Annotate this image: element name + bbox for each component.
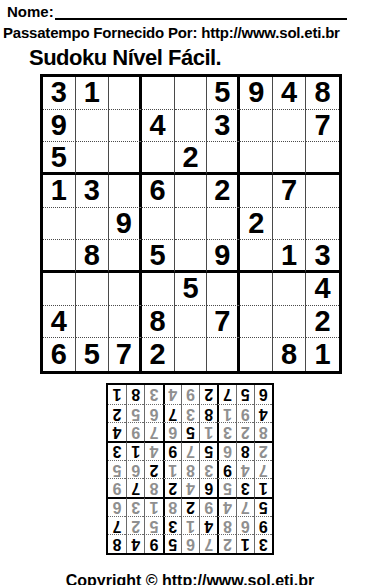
puzzle-cell-r4c8: 7 [273, 175, 306, 208]
puzzle-cell-r6c4: 5 [142, 240, 175, 273]
puzzle-cell-r2c6: 3 [207, 110, 240, 143]
solution-cell-r8c2: 9 [236, 404, 254, 423]
puzzle-cell-r9c4: 2 [142, 338, 175, 371]
puzzle-cell-r9c1: 6 [43, 338, 76, 371]
puzzle-cell-r1c6: 5 [207, 77, 240, 110]
solution-cell-r7c9: 4 [108, 422, 126, 441]
puzzle-cell-r8c8 [273, 306, 306, 339]
solution-cell-r5c1: 7 [254, 460, 272, 479]
puzzle-cell-r1c5 [175, 77, 208, 110]
solution-cell-r6c5: 7 [181, 441, 199, 460]
puzzle-cell-r3c8 [273, 142, 306, 175]
sudoku-solution-grid-upside-down: 3127659489684135275749281361356428797493… [106, 383, 274, 555]
solution-cell-r6c8: 1 [126, 441, 144, 460]
solution-cell-r1c7: 9 [144, 534, 162, 553]
solution-cell-r3c3: 4 [217, 497, 235, 516]
solution-cell-r5c8: 6 [126, 460, 144, 479]
puzzle-cell-r4c2: 3 [76, 175, 109, 208]
puzzle-cell-r4c1: 1 [43, 175, 76, 208]
solution-cell-r5c4: 3 [199, 460, 217, 479]
copyright-text: Copyright © http://www.sol.eti.br [0, 572, 380, 585]
puzzle-cell-r1c9: 8 [306, 77, 339, 110]
solution-cell-r3c2: 7 [236, 497, 254, 516]
puzzle-cell-r2c2 [76, 110, 109, 143]
puzzle-cell-r6c5 [175, 240, 208, 273]
puzzle-cell-r3c4 [142, 142, 175, 175]
puzzle-cell-r3c6 [207, 142, 240, 175]
solution-cell-r2c5: 1 [181, 516, 199, 535]
solution-cell-r3c8: 3 [126, 497, 144, 516]
solution-cell-r9c5: 9 [181, 385, 199, 404]
solution-cell-r2c8: 2 [126, 516, 144, 535]
puzzle-cell-r3c7 [240, 142, 273, 175]
solution-cell-r3c9: 6 [108, 497, 126, 516]
name-row: Nome: [7, 3, 372, 20]
solution-cell-r4c9: 9 [108, 478, 126, 497]
puzzle-cell-r5c3: 9 [109, 208, 142, 241]
solution-cell-r4c3: 5 [217, 478, 235, 497]
puzzle-cell-r4c6: 2 [207, 175, 240, 208]
solution-cell-r7c2: 2 [236, 422, 254, 441]
puzzle-cell-r8c5 [175, 306, 208, 339]
solution-cell-r4c7: 8 [144, 478, 162, 497]
solution-cell-r3c7: 1 [144, 497, 162, 516]
solution-cell-r8c1: 4 [254, 404, 272, 423]
puzzle-cell-r5c9 [306, 208, 339, 241]
puzzle-cell-r4c4: 6 [142, 175, 175, 208]
solution-cell-r6c6: 9 [163, 441, 181, 460]
puzzle-cell-r9c6 [207, 338, 240, 371]
puzzle-cell-r7c9: 4 [306, 273, 339, 306]
solution-cell-r4c5: 4 [181, 478, 199, 497]
solution-cell-r4c6: 2 [163, 478, 181, 497]
puzzle-cell-r7c6 [207, 273, 240, 306]
puzzle-cell-r9c7 [240, 338, 273, 371]
puzzle-cell-r6c7 [240, 240, 273, 273]
solution-cell-r5c2: 4 [236, 460, 254, 479]
puzzle-cell-r7c5: 5 [175, 273, 208, 306]
page-title: Sudoku Nível Fácil. [29, 45, 380, 71]
puzzle-cell-r6c2: 8 [76, 240, 109, 273]
name-label: Nome: [7, 3, 54, 20]
solution-cell-r3c1: 5 [254, 497, 272, 516]
solution-cell-r9c7: 3 [144, 385, 162, 404]
puzzle-cell-r6c8: 1 [273, 240, 306, 273]
solution-cell-r6c3: 6 [217, 441, 235, 460]
puzzle-cell-r8c4: 8 [142, 306, 175, 339]
puzzle-cell-r7c8 [273, 273, 306, 306]
solution-cell-r8c5: 3 [181, 404, 199, 423]
puzzle-cell-r5c4 [142, 208, 175, 241]
puzzle-cell-r8c6: 7 [207, 306, 240, 339]
puzzle-cell-r3c1: 5 [43, 142, 76, 175]
puzzle-cell-r8c3 [109, 306, 142, 339]
puzzle-cell-r3c2 [76, 142, 109, 175]
puzzle-cell-r2c7 [240, 110, 273, 143]
solution-cell-r5c7: 2 [144, 460, 162, 479]
puzzle-cell-r8c2 [76, 306, 109, 339]
solution-cell-r9c8: 8 [126, 385, 144, 404]
sudoku-puzzle-grid: 315948943752136279285913544872657281 [40, 74, 342, 374]
solution-cell-r2c1: 9 [254, 516, 272, 535]
puzzle-cell-r2c5 [175, 110, 208, 143]
solution-cell-r6c7: 4 [144, 441, 162, 460]
solution-cell-r6c2: 8 [236, 441, 254, 460]
solution-cell-r6c4: 5 [199, 441, 217, 460]
solution-cell-r1c5: 6 [181, 534, 199, 553]
solution-cell-r7c8: 9 [126, 422, 144, 441]
solution-cell-r1c2: 1 [236, 534, 254, 553]
puzzle-cell-r1c7: 9 [240, 77, 273, 110]
solution-cell-r7c5: 5 [181, 422, 199, 441]
solution-cell-r8c3: 1 [217, 404, 235, 423]
solution-cell-r8c6: 7 [163, 404, 181, 423]
puzzle-cell-r9c5 [175, 338, 208, 371]
solution-cell-r4c2: 3 [236, 478, 254, 497]
solution-cell-r7c6: 6 [163, 422, 181, 441]
solution-cell-r4c4: 6 [199, 478, 217, 497]
puzzle-cell-r7c2 [76, 273, 109, 306]
solution-cell-r8c4: 8 [199, 404, 217, 423]
solution-cell-r2c7: 5 [144, 516, 162, 535]
solution-cell-r4c1: 1 [254, 478, 272, 497]
puzzle-cell-r5c6 [207, 208, 240, 241]
puzzle-cell-r2c1: 9 [43, 110, 76, 143]
puzzle-cell-r3c5: 2 [175, 142, 208, 175]
solution-cell-r9c6: 4 [163, 385, 181, 404]
puzzle-cell-r8c9: 2 [306, 306, 339, 339]
solution-cell-r4c8: 7 [126, 478, 144, 497]
puzzle-cell-r4c3 [109, 175, 142, 208]
puzzle-cell-r2c4: 4 [142, 110, 175, 143]
solution-cell-r1c8: 4 [126, 534, 144, 553]
solution-cell-r1c4: 7 [199, 534, 217, 553]
puzzle-cell-r9c8: 8 [273, 338, 306, 371]
puzzle-cell-r8c7 [240, 306, 273, 339]
solution-cell-r5c5: 8 [181, 460, 199, 479]
solution-cell-r9c9: 1 [108, 385, 126, 404]
puzzle-cell-r1c1: 3 [43, 77, 76, 110]
puzzle-cell-r6c9: 3 [306, 240, 339, 273]
solution-cell-r3c5: 2 [181, 497, 199, 516]
puzzle-cell-r5c2 [76, 208, 109, 241]
solution-cell-r5c9: 5 [108, 460, 126, 479]
solution-cell-r9c4: 2 [199, 385, 217, 404]
solution-cell-r2c9: 7 [108, 516, 126, 535]
puzzle-cell-r1c2: 1 [76, 77, 109, 110]
solution-cell-r9c1: 6 [254, 385, 272, 404]
puzzle-cell-r3c9 [306, 142, 339, 175]
puzzle-cell-r5c7: 2 [240, 208, 273, 241]
puzzle-cell-r7c4 [142, 273, 175, 306]
puzzle-cell-r1c8: 4 [273, 77, 306, 110]
solution-cell-r9c3: 7 [217, 385, 235, 404]
solution-cell-r5c3: 9 [217, 460, 235, 479]
solution-cell-r2c4: 4 [199, 516, 217, 535]
solution-cell-r2c2: 6 [236, 516, 254, 535]
puzzle-cell-r4c5 [175, 175, 208, 208]
provided-by-text: Passatempo Fornecido Por: http://www.sol… [3, 24, 380, 41]
puzzle-cell-r1c3 [109, 77, 142, 110]
solution-cell-r3c4: 9 [199, 497, 217, 516]
puzzle-cell-r7c1 [43, 273, 76, 306]
solution-cell-r7c7: 7 [144, 422, 162, 441]
solution-cell-r7c3: 3 [217, 422, 235, 441]
puzzle-cell-r9c3: 7 [109, 338, 142, 371]
puzzle-cell-r9c2: 5 [76, 338, 109, 371]
puzzle-cell-r2c9: 7 [306, 110, 339, 143]
puzzle-cell-r9c9: 1 [306, 338, 339, 371]
puzzle-cell-r5c1 [43, 208, 76, 241]
puzzle-cell-r7c7 [240, 273, 273, 306]
solution-cell-r9c2: 5 [236, 385, 254, 404]
puzzle-cell-r6c6: 9 [207, 240, 240, 273]
solution-cell-r6c1: 2 [254, 441, 272, 460]
puzzle-cell-r2c3 [109, 110, 142, 143]
solution-cell-r7c4: 1 [199, 422, 217, 441]
puzzle-cell-r4c7 [240, 175, 273, 208]
puzzle-cell-r5c8 [273, 208, 306, 241]
puzzle-cell-r2c8 [273, 110, 306, 143]
solution-cell-r3c6: 8 [163, 497, 181, 516]
solution-cell-r1c1: 3 [254, 534, 272, 553]
puzzle-cell-r7c3 [109, 273, 142, 306]
solution-cell-r2c6: 3 [163, 516, 181, 535]
solution-cell-r5c6: 1 [163, 460, 181, 479]
solution-area: 3127659489684135275749281361356428797493… [0, 383, 380, 555]
solution-cell-r6c9: 3 [108, 441, 126, 460]
puzzle-cell-r6c1 [43, 240, 76, 273]
solution-cell-r1c3: 2 [217, 534, 235, 553]
solution-cell-r1c6: 5 [163, 534, 181, 553]
solution-cell-r7c1: 8 [254, 422, 272, 441]
puzzle-cell-r5c5 [175, 208, 208, 241]
name-write-in-line [55, 5, 347, 20]
puzzle-cell-r8c1: 4 [43, 306, 76, 339]
puzzle-cell-r1c4 [142, 77, 175, 110]
solution-cell-r1c9: 8 [108, 534, 126, 553]
solution-cell-r8c7: 6 [144, 404, 162, 423]
puzzle-cell-r4c9 [306, 175, 339, 208]
solution-cell-r2c3: 8 [217, 516, 235, 535]
solution-cell-r8c8: 5 [126, 404, 144, 423]
puzzle-cell-r3c3 [109, 142, 142, 175]
puzzle-cell-r6c3 [109, 240, 142, 273]
solution-cell-r8c9: 2 [108, 404, 126, 423]
